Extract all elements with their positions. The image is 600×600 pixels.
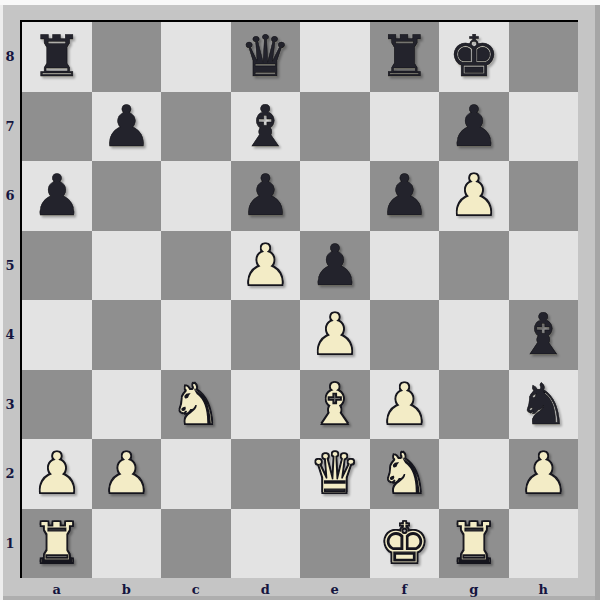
square-a7[interactable]	[22, 92, 92, 162]
file-label-d: d	[231, 580, 301, 598]
square-c4[interactable]	[161, 300, 231, 370]
square-f3[interactable]: ♟	[370, 370, 440, 440]
piece-white-rook: ♜	[31, 509, 82, 579]
piece-black-king: ♚	[448, 22, 499, 92]
piece-white-pawn: ♟	[31, 439, 82, 509]
square-d2[interactable]	[231, 439, 301, 509]
square-a4[interactable]	[22, 300, 92, 370]
square-e8[interactable]	[300, 22, 370, 92]
square-c7[interactable]	[161, 92, 231, 162]
piece-black-pawn: ♟	[31, 161, 82, 231]
piece-black-pawn: ♟	[309, 231, 360, 301]
piece-white-pawn: ♟	[101, 439, 152, 509]
file-labels: abcdefgh	[22, 580, 578, 598]
square-g5[interactable]	[439, 231, 509, 301]
square-h5[interactable]	[509, 231, 579, 301]
chess-board: ♜♛♜♚♟♝♟♟♟♟♟♟♟♟♝♞♝♟♞♟♟♛♞♟♜♚♜	[20, 20, 578, 578]
square-b2[interactable]: ♟	[92, 439, 162, 509]
rank-label-8: 8	[0, 22, 20, 92]
piece-white-knight: ♞	[170, 370, 221, 440]
file-label-e: e	[300, 580, 370, 598]
square-e2[interactable]: ♛	[300, 439, 370, 509]
square-h6[interactable]	[509, 161, 579, 231]
square-g6[interactable]: ♟	[439, 161, 509, 231]
piece-black-pawn: ♟	[448, 92, 499, 162]
square-g1[interactable]: ♜	[439, 509, 509, 579]
square-d7[interactable]: ♝	[231, 92, 301, 162]
square-h7[interactable]	[509, 92, 579, 162]
square-b8[interactable]	[92, 22, 162, 92]
square-g3[interactable]	[439, 370, 509, 440]
square-c2[interactable]	[161, 439, 231, 509]
piece-black-bishop: ♝	[240, 92, 291, 162]
square-d6[interactable]: ♟	[231, 161, 301, 231]
diagram-frame: 87654321 ♜♛♜♚♟♝♟♟♟♟♟♟♟♟♝♞♝♟♞♟♟♛♞♟♜♚♜ abc…	[0, 0, 600, 600]
square-b5[interactable]	[92, 231, 162, 301]
piece-white-pawn: ♟	[518, 439, 569, 509]
square-d4[interactable]	[231, 300, 301, 370]
file-label-b: b	[92, 580, 162, 598]
square-c3[interactable]: ♞	[161, 370, 231, 440]
square-h4[interactable]: ♝	[509, 300, 579, 370]
square-g4[interactable]	[439, 300, 509, 370]
file-label-g: g	[439, 580, 509, 598]
rank-label-1: 1	[0, 509, 20, 579]
square-g2[interactable]	[439, 439, 509, 509]
square-f6[interactable]: ♟	[370, 161, 440, 231]
piece-black-pawn: ♟	[379, 161, 430, 231]
piece-white-queen: ♛	[309, 439, 360, 509]
piece-black-queen: ♛	[240, 22, 291, 92]
square-g7[interactable]: ♟	[439, 92, 509, 162]
square-e6[interactable]	[300, 161, 370, 231]
square-h2[interactable]: ♟	[509, 439, 579, 509]
square-d8[interactable]: ♛	[231, 22, 301, 92]
square-c5[interactable]	[161, 231, 231, 301]
square-f4[interactable]	[370, 300, 440, 370]
square-d1[interactable]	[231, 509, 301, 579]
rank-labels: 87654321	[0, 22, 20, 578]
piece-black-pawn: ♟	[101, 92, 152, 162]
piece-black-bishop: ♝	[518, 300, 569, 370]
square-f7[interactable]	[370, 92, 440, 162]
piece-white-pawn: ♟	[240, 231, 291, 301]
square-e3[interactable]: ♝	[300, 370, 370, 440]
square-e1[interactable]	[300, 509, 370, 579]
rank-label-3: 3	[0, 370, 20, 440]
square-a1[interactable]: ♜	[22, 509, 92, 579]
square-h1[interactable]	[509, 509, 579, 579]
piece-white-rook: ♜	[448, 509, 499, 579]
square-a5[interactable]	[22, 231, 92, 301]
rank-label-5: 5	[0, 231, 20, 301]
square-c1[interactable]	[161, 509, 231, 579]
piece-white-pawn: ♟	[379, 370, 430, 440]
file-label-c: c	[161, 580, 231, 598]
square-f1[interactable]: ♚	[370, 509, 440, 579]
square-b7[interactable]: ♟	[92, 92, 162, 162]
piece-black-rook: ♜	[31, 22, 82, 92]
piece-white-bishop: ♝	[309, 370, 360, 440]
square-b6[interactable]	[92, 161, 162, 231]
square-a2[interactable]: ♟	[22, 439, 92, 509]
square-b4[interactable]	[92, 300, 162, 370]
square-f2[interactable]: ♞	[370, 439, 440, 509]
piece-white-pawn: ♟	[448, 161, 499, 231]
square-e4[interactable]: ♟	[300, 300, 370, 370]
square-a6[interactable]: ♟	[22, 161, 92, 231]
rank-label-7: 7	[0, 92, 20, 162]
square-e7[interactable]	[300, 92, 370, 162]
rank-label-2: 2	[0, 439, 20, 509]
square-e5[interactable]: ♟	[300, 231, 370, 301]
rank-label-4: 4	[0, 300, 20, 370]
square-b1[interactable]	[92, 509, 162, 579]
square-a8[interactable]: ♜	[22, 22, 92, 92]
piece-black-rook: ♜	[379, 22, 430, 92]
piece-black-pawn: ♟	[240, 161, 291, 231]
square-h8[interactable]	[509, 22, 579, 92]
square-d3[interactable]	[231, 370, 301, 440]
square-f8[interactable]: ♜	[370, 22, 440, 92]
square-a3[interactable]	[22, 370, 92, 440]
square-h3[interactable]: ♞	[509, 370, 579, 440]
piece-black-knight: ♞	[518, 370, 569, 440]
rank-label-6: 6	[0, 161, 20, 231]
square-c6[interactable]	[161, 161, 231, 231]
piece-white-knight: ♞	[379, 439, 430, 509]
square-b3[interactable]	[92, 370, 162, 440]
piece-white-pawn: ♟	[309, 300, 360, 370]
file-label-f: f	[370, 580, 440, 598]
square-d5[interactable]: ♟	[231, 231, 301, 301]
square-f5[interactable]	[370, 231, 440, 301]
square-g8[interactable]: ♚	[439, 22, 509, 92]
file-label-h: h	[509, 580, 579, 598]
square-c8[interactable]	[161, 22, 231, 92]
file-label-a: a	[22, 580, 92, 598]
piece-white-king: ♚	[379, 509, 430, 579]
